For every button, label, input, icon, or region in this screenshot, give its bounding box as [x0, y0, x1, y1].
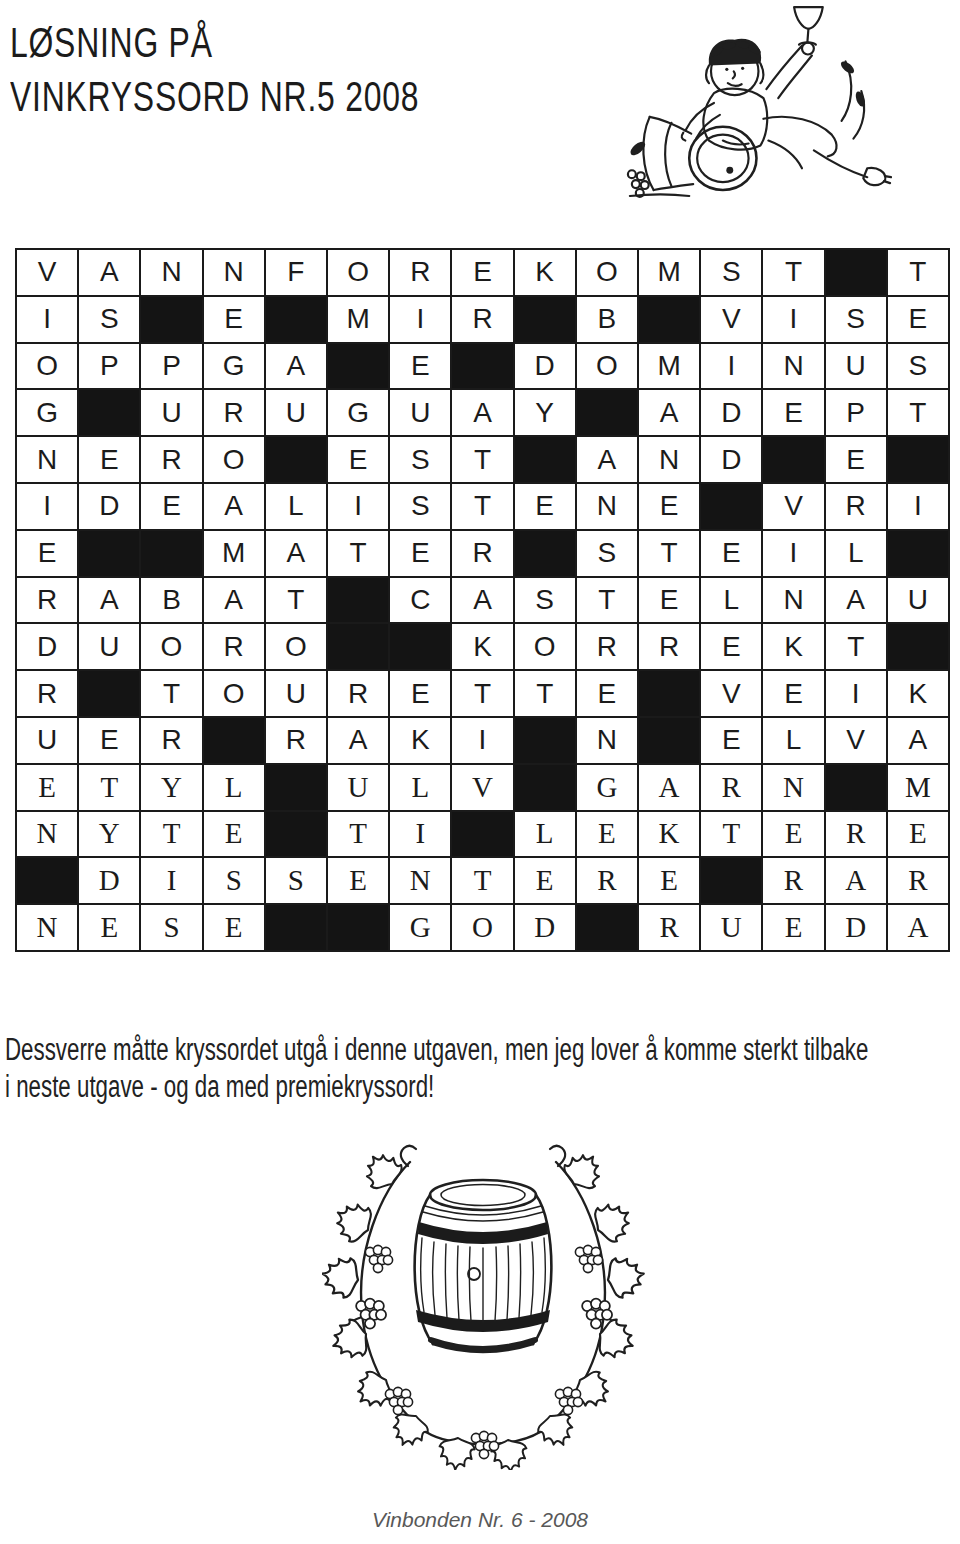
letter-cell: L: [763, 718, 823, 763]
block-cell: [266, 905, 326, 950]
letter-cell: L: [266, 484, 326, 529]
letter-cell: U: [826, 344, 886, 389]
letter-cell: N: [763, 765, 823, 810]
letter-cell: Y: [515, 390, 575, 435]
letter-cell: A: [204, 578, 264, 623]
letter-cell: O: [266, 624, 326, 669]
letter-cell: P: [826, 390, 886, 435]
letter-cell: T: [639, 531, 699, 576]
letter-cell: E: [701, 624, 761, 669]
vine-sprigs-icon: [628, 59, 867, 197]
letter-cell: A: [452, 390, 512, 435]
letter-cell: O: [204, 671, 264, 716]
letter-cell: T: [763, 250, 823, 295]
letter-cell: E: [204, 297, 264, 342]
letter-cell: R: [390, 250, 450, 295]
letter-cell: R: [266, 718, 326, 763]
letter-cell: N: [17, 437, 77, 482]
cherub-figure: [682, 39, 891, 185]
block-cell: [888, 531, 948, 576]
letter-cell: V: [701, 671, 761, 716]
letter-cell: E: [826, 437, 886, 482]
block-cell: [826, 250, 886, 295]
note-line-2: i neste utgave - og da med premiekryssor…: [5, 1068, 868, 1105]
letter-cell: E: [204, 812, 264, 857]
block-cell: [79, 531, 139, 576]
letter-cell: I: [701, 344, 761, 389]
letter-cell: R: [888, 858, 948, 903]
block-cell: [79, 671, 139, 716]
letter-cell: R: [639, 624, 699, 669]
letter-cell: R: [328, 671, 388, 716]
letter-cell: R: [141, 718, 201, 763]
letter-cell: O: [577, 344, 637, 389]
wine-glass-icon: [794, 7, 823, 45]
letter-cell: E: [17, 765, 77, 810]
letter-cell: M: [639, 250, 699, 295]
letter-cell: O: [17, 344, 77, 389]
letter-cell: S: [204, 858, 264, 903]
letter-cell: P: [79, 344, 139, 389]
block-cell: [577, 390, 637, 435]
letter-cell: K: [452, 624, 512, 669]
letter-cell: D: [515, 344, 575, 389]
letter-cell: V: [452, 765, 512, 810]
letter-cell: R: [577, 624, 637, 669]
letter-cell: A: [79, 250, 139, 295]
letter-cell: B: [141, 578, 201, 623]
letter-cell: K: [888, 671, 948, 716]
letter-cell: E: [452, 250, 512, 295]
letter-cell: M: [639, 344, 699, 389]
block-cell: [888, 437, 948, 482]
letter-cell: E: [328, 437, 388, 482]
magazine-page: LØSNING PÅ VINKRYSSORD NR.5 2008: [0, 0, 960, 1544]
letter-cell: N: [577, 718, 637, 763]
letter-cell: A: [639, 390, 699, 435]
letter-cell: B: [577, 297, 637, 342]
letter-cell: O: [328, 250, 388, 295]
letter-cell: V: [763, 484, 823, 529]
block-cell: [515, 437, 575, 482]
block-cell: [577, 905, 637, 950]
letter-cell: R: [204, 390, 264, 435]
letter-cell: R: [826, 812, 886, 857]
title-line-1: LØSNING PÅ: [10, 16, 419, 70]
letter-cell: V: [17, 250, 77, 295]
letter-cell: S: [390, 484, 450, 529]
block-cell: [515, 297, 575, 342]
letter-cell: K: [763, 624, 823, 669]
block-cell: [639, 297, 699, 342]
letter-cell: A: [888, 718, 948, 763]
block-cell: [515, 531, 575, 576]
letter-cell: N: [577, 484, 637, 529]
letter-cell: S: [888, 344, 948, 389]
letter-cell: E: [701, 531, 761, 576]
block-cell: [141, 531, 201, 576]
letter-cell: L: [701, 578, 761, 623]
barrel-side-icon: [643, 117, 756, 190]
letter-cell: S: [701, 250, 761, 295]
letter-cell: C: [390, 578, 450, 623]
block-cell: [328, 578, 388, 623]
letter-cell: D: [515, 905, 575, 950]
letter-cell: D: [701, 390, 761, 435]
letter-cell: E: [639, 578, 699, 623]
letter-cell: O: [204, 437, 264, 482]
letter-cell: O: [515, 624, 575, 669]
letter-cell: R: [17, 578, 77, 623]
letter-cell: E: [763, 390, 823, 435]
page-footer: Vinbonden Nr. 6 - 2008: [0, 1508, 960, 1532]
letter-cell: E: [17, 531, 77, 576]
letter-cell: R: [452, 297, 512, 342]
letter-cell: G: [577, 765, 637, 810]
letter-cell: I: [763, 531, 823, 576]
letter-cell: V: [701, 297, 761, 342]
block-cell: [266, 297, 326, 342]
letter-cell: T: [452, 484, 512, 529]
letter-cell: T: [79, 765, 139, 810]
letter-cell: A: [266, 344, 326, 389]
letter-cell: T: [452, 858, 512, 903]
letter-cell: T: [141, 671, 201, 716]
letter-cell: R: [763, 858, 823, 903]
letter-cell: E: [577, 812, 637, 857]
letter-cell: R: [141, 437, 201, 482]
letter-cell: E: [888, 812, 948, 857]
title-line-2: VINKRYSSORD NR.5 2008: [10, 70, 419, 124]
letter-cell: E: [763, 671, 823, 716]
letter-cell: E: [328, 858, 388, 903]
letter-cell: Y: [141, 765, 201, 810]
letter-cell: N: [639, 437, 699, 482]
letter-cell: E: [639, 858, 699, 903]
block-cell: [826, 765, 886, 810]
letter-cell: E: [701, 718, 761, 763]
letter-cell: A: [577, 437, 637, 482]
letter-cell: E: [639, 484, 699, 529]
block-cell: [328, 344, 388, 389]
letter-cell: R: [17, 671, 77, 716]
block-cell: [888, 624, 948, 669]
letter-cell: S: [577, 531, 637, 576]
letter-cell: I: [17, 297, 77, 342]
block-cell: [328, 905, 388, 950]
letter-cell: F: [266, 250, 326, 295]
block-cell: [17, 858, 77, 903]
letter-cell: I: [17, 484, 77, 529]
letter-cell: E: [577, 671, 637, 716]
letter-cell: N: [17, 812, 77, 857]
barrel-wreath-illustration: [322, 1102, 667, 1470]
letter-cell: S: [390, 437, 450, 482]
letter-cell: R: [452, 531, 512, 576]
letter-cell: S: [826, 297, 886, 342]
letter-cell: Y: [79, 812, 139, 857]
note-line-1: Dessverre måtte kryssordet utgå i denne …: [5, 1031, 868, 1068]
block-cell: [515, 718, 575, 763]
letter-cell: E: [79, 718, 139, 763]
cherub-illustration: [620, 0, 892, 203]
letter-cell: I: [763, 297, 823, 342]
letter-cell: T: [141, 812, 201, 857]
block-cell: [266, 765, 326, 810]
block-cell: [266, 437, 326, 482]
letter-cell: P: [141, 344, 201, 389]
letter-cell: T: [826, 624, 886, 669]
letter-cell: K: [639, 812, 699, 857]
letter-cell: T: [888, 390, 948, 435]
letter-cell: R: [577, 858, 637, 903]
block-cell: [701, 858, 761, 903]
letter-cell: L: [390, 765, 450, 810]
block-cell: [452, 812, 512, 857]
letter-cell: A: [328, 718, 388, 763]
letter-cell: O: [577, 250, 637, 295]
letter-cell: E: [79, 437, 139, 482]
grape-vine-wreath-icon: [322, 1146, 647, 1470]
letter-cell: O: [452, 905, 512, 950]
letter-cell: U: [17, 718, 77, 763]
letter-cell: R: [204, 624, 264, 669]
letter-cell: S: [141, 905, 201, 950]
block-cell: [328, 624, 388, 669]
block-cell: [204, 718, 264, 763]
letter-cell: M: [328, 297, 388, 342]
letter-cell: E: [515, 484, 575, 529]
letter-cell: U: [266, 390, 326, 435]
letter-cell: E: [515, 858, 575, 903]
block-cell: [452, 344, 512, 389]
letter-cell: U: [701, 905, 761, 950]
wine-barrel-icon: [415, 1180, 552, 1352]
letter-cell: L: [826, 531, 886, 576]
letter-cell: E: [79, 905, 139, 950]
letter-cell: D: [79, 484, 139, 529]
crossword-grid: VANNFOREKOMSTTISEMIRBVISEOPPGAEDOMINUSGU…: [15, 248, 950, 952]
letter-cell: A: [266, 531, 326, 576]
letter-cell: E: [204, 905, 264, 950]
letter-cell: S: [79, 297, 139, 342]
letter-cell: I: [328, 484, 388, 529]
letter-cell: E: [390, 671, 450, 716]
block-cell: [639, 718, 699, 763]
letter-cell: M: [204, 531, 264, 576]
letter-cell: S: [266, 858, 326, 903]
letter-cell: E: [141, 484, 201, 529]
letter-cell: V: [826, 718, 886, 763]
block-cell: [515, 765, 575, 810]
letter-cell: T: [452, 671, 512, 716]
letter-cell: N: [390, 858, 450, 903]
letter-cell: N: [204, 250, 264, 295]
letter-cell: U: [266, 671, 326, 716]
block-cell: [79, 390, 139, 435]
letter-cell: U: [328, 765, 388, 810]
letter-cell: O: [141, 624, 201, 669]
letter-cell: U: [141, 390, 201, 435]
letter-cell: E: [763, 905, 823, 950]
letter-cell: K: [515, 250, 575, 295]
letter-cell: E: [888, 297, 948, 342]
letter-cell: I: [888, 484, 948, 529]
letter-cell: I: [452, 718, 512, 763]
letter-cell: T: [328, 812, 388, 857]
letter-cell: D: [79, 858, 139, 903]
letter-cell: U: [79, 624, 139, 669]
letter-cell: T: [888, 250, 948, 295]
letter-cell: R: [639, 905, 699, 950]
letter-cell: U: [888, 578, 948, 623]
letter-cell: N: [763, 578, 823, 623]
letter-cell: G: [17, 390, 77, 435]
letter-cell: S: [515, 578, 575, 623]
block-cell: [701, 484, 761, 529]
letter-cell: N: [141, 250, 201, 295]
letter-cell: I: [826, 671, 886, 716]
letter-cell: A: [639, 765, 699, 810]
letter-cell: M: [888, 765, 948, 810]
letter-cell: R: [701, 765, 761, 810]
letter-cell: U: [390, 390, 450, 435]
letter-cell: A: [204, 484, 264, 529]
letter-cell: R: [826, 484, 886, 529]
letter-cell: D: [826, 905, 886, 950]
letter-cell: E: [390, 531, 450, 576]
letter-cell: L: [204, 765, 264, 810]
letter-cell: D: [17, 624, 77, 669]
letter-cell: A: [79, 578, 139, 623]
letter-cell: E: [763, 812, 823, 857]
letter-cell: A: [826, 578, 886, 623]
letter-cell: T: [266, 578, 326, 623]
editor-note: Dessverre måtte kryssordet utgå i denne …: [5, 1031, 868, 1105]
letter-cell: D: [701, 437, 761, 482]
block-cell: [390, 624, 450, 669]
letter-cell: I: [141, 858, 201, 903]
letter-cell: L: [515, 812, 575, 857]
block-cell: [141, 297, 201, 342]
letter-cell: T: [701, 812, 761, 857]
letter-cell: N: [763, 344, 823, 389]
letter-cell: T: [515, 671, 575, 716]
letter-cell: I: [390, 297, 450, 342]
letter-cell: T: [577, 578, 637, 623]
letter-cell: G: [204, 344, 264, 389]
letter-cell: T: [328, 531, 388, 576]
block-cell: [639, 671, 699, 716]
letter-cell: G: [328, 390, 388, 435]
letter-cell: I: [390, 812, 450, 857]
block-cell: [266, 812, 326, 857]
letter-cell: N: [17, 905, 77, 950]
page-title: LØSNING PÅ VINKRYSSORD NR.5 2008: [10, 16, 419, 124]
letter-cell: T: [452, 437, 512, 482]
letter-cell: K: [390, 718, 450, 763]
letter-cell: A: [452, 578, 512, 623]
letter-cell: G: [390, 905, 450, 950]
letter-cell: A: [826, 858, 886, 903]
letter-cell: A: [888, 905, 948, 950]
block-cell: [763, 437, 823, 482]
letter-cell: E: [390, 344, 450, 389]
